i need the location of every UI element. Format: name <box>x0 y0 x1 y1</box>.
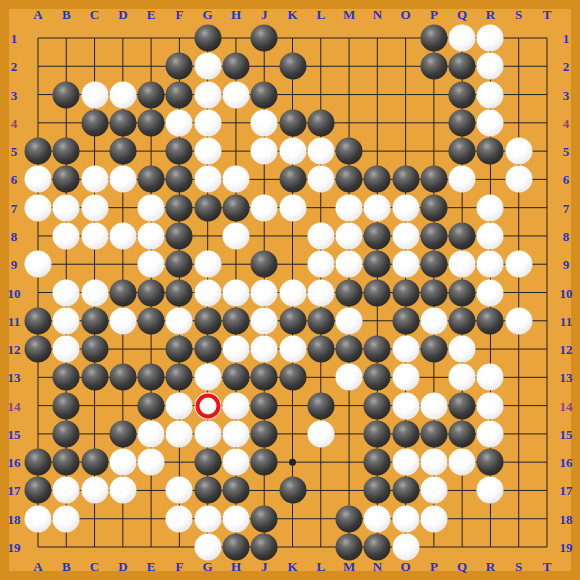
stone-E3[interactable] <box>138 81 165 108</box>
stone-B6[interactable] <box>53 166 80 193</box>
coord-label-bottom-D: D <box>118 560 127 573</box>
stone-N13[interactable] <box>364 364 391 391</box>
stone-N8[interactable] <box>364 222 391 249</box>
stone-H7[interactable] <box>222 194 249 221</box>
coord-label-top-Q: Q <box>457 8 467 21</box>
stone-G4[interactable] <box>194 109 221 136</box>
stone-O9[interactable] <box>392 251 419 278</box>
stone-H13[interactable] <box>222 364 249 391</box>
coord-label-top-N: N <box>373 8 382 21</box>
stone-B8[interactable] <box>53 222 80 249</box>
stone-O18[interactable] <box>392 505 419 532</box>
coord-label-left-17: 17 <box>8 484 21 497</box>
stone-R2[interactable] <box>477 53 504 80</box>
stone-H15[interactable] <box>222 420 249 447</box>
stone-M13[interactable] <box>336 364 363 391</box>
stone-D4[interactable] <box>109 109 136 136</box>
stone-O11[interactable] <box>392 307 419 334</box>
coord-label-bottom-B: B <box>62 560 71 573</box>
stone-E16[interactable] <box>138 449 165 476</box>
stone-A17[interactable] <box>25 477 52 504</box>
stone-D3[interactable] <box>109 81 136 108</box>
stone-N15[interactable] <box>364 420 391 447</box>
stone-R1[interactable] <box>477 25 504 52</box>
coord-label-bottom-T: T <box>543 560 552 573</box>
stone-H12[interactable] <box>222 336 249 363</box>
stone-P17[interactable] <box>420 477 447 504</box>
coord-label-top-D: D <box>118 8 127 21</box>
stone-B15[interactable] <box>53 420 80 447</box>
stone-P15[interactable] <box>420 420 447 447</box>
coord-label-top-O: O <box>401 8 411 21</box>
stone-P1[interactable] <box>420 25 447 52</box>
stone-J7[interactable] <box>251 194 278 221</box>
stone-R16[interactable] <box>477 449 504 476</box>
coord-label-right-14: 14 <box>560 399 573 412</box>
stone-S11[interactable] <box>505 307 532 334</box>
coord-label-right-13: 13 <box>560 371 573 384</box>
stone-C3[interactable] <box>81 81 108 108</box>
stone-D13[interactable] <box>109 364 136 391</box>
stone-C8[interactable] <box>81 222 108 249</box>
stone-P8[interactable] <box>420 222 447 249</box>
stone-Q13[interactable] <box>449 364 476 391</box>
coord-label-right-9: 9 <box>563 258 570 271</box>
stone-E14[interactable] <box>138 392 165 419</box>
coord-label-top-R: R <box>486 8 495 21</box>
coord-label-left-11: 11 <box>8 314 20 327</box>
stone-L12[interactable] <box>307 336 334 363</box>
coord-label-bottom-E: E <box>147 560 156 573</box>
stone-N14[interactable] <box>364 392 391 419</box>
stone-O15[interactable] <box>392 420 419 447</box>
stone-A6[interactable] <box>25 166 52 193</box>
stone-N18[interactable] <box>364 505 391 532</box>
stone-G13[interactable] <box>194 364 221 391</box>
stone-Q15[interactable] <box>449 420 476 447</box>
stone-K10[interactable] <box>279 279 306 306</box>
coord-label-right-8: 8 <box>563 229 570 242</box>
coord-label-bottom-P: P <box>430 560 438 573</box>
stone-Q9[interactable] <box>449 251 476 278</box>
stone-H18[interactable] <box>222 505 249 532</box>
stone-B18[interactable] <box>53 505 80 532</box>
stone-B13[interactable] <box>53 364 80 391</box>
stone-G3[interactable] <box>194 81 221 108</box>
stone-F12[interactable] <box>166 336 193 363</box>
coord-label-left-18: 18 <box>8 512 21 525</box>
coord-label-left-6: 6 <box>11 173 18 186</box>
stone-J10[interactable] <box>251 279 278 306</box>
stone-A16[interactable] <box>25 449 52 476</box>
stone-N9[interactable] <box>364 251 391 278</box>
stone-M5[interactable] <box>336 138 363 165</box>
stone-J13[interactable] <box>251 364 278 391</box>
stone-L10[interactable] <box>307 279 334 306</box>
stone-C17[interactable] <box>81 477 108 504</box>
stone-R3[interactable] <box>477 81 504 108</box>
coord-label-right-19: 19 <box>560 541 573 554</box>
stone-D6[interactable] <box>109 166 136 193</box>
stone-N17[interactable] <box>364 477 391 504</box>
stone-M10[interactable] <box>336 279 363 306</box>
stone-Q2[interactable] <box>449 53 476 80</box>
stone-G16[interactable] <box>194 449 221 476</box>
stone-B3[interactable] <box>53 81 80 108</box>
stone-E15[interactable] <box>138 420 165 447</box>
coord-label-top-G: G <box>203 8 213 21</box>
stone-L6[interactable] <box>307 166 334 193</box>
stone-S5[interactable] <box>505 138 532 165</box>
coord-label-left-13: 13 <box>8 371 21 384</box>
coord-label-right-2: 2 <box>563 60 570 73</box>
coord-label-right-4: 4 <box>563 116 570 129</box>
stone-P7[interactable] <box>420 194 447 221</box>
stone-N7[interactable] <box>364 194 391 221</box>
stone-R8[interactable] <box>477 222 504 249</box>
stone-P16[interactable] <box>420 449 447 476</box>
stone-B14[interactable] <box>53 392 80 419</box>
stone-H17[interactable] <box>222 477 249 504</box>
stone-C13[interactable] <box>81 364 108 391</box>
stone-N16[interactable] <box>364 449 391 476</box>
stone-K2[interactable] <box>279 53 306 80</box>
stone-R4[interactable] <box>477 109 504 136</box>
stone-G2[interactable] <box>194 53 221 80</box>
stone-M7[interactable] <box>336 194 363 221</box>
stone-D17[interactable] <box>109 477 136 504</box>
stone-H14[interactable] <box>222 392 249 419</box>
stone-F10[interactable] <box>166 279 193 306</box>
stone-M11[interactable] <box>336 307 363 334</box>
coord-label-left-10: 10 <box>8 286 21 299</box>
stone-R9[interactable] <box>477 251 504 278</box>
stone-C16[interactable] <box>81 449 108 476</box>
stone-F6[interactable] <box>166 166 193 193</box>
stone-O6[interactable] <box>392 166 419 193</box>
coord-label-bottom-R: R <box>486 560 495 573</box>
stone-B5[interactable] <box>53 138 80 165</box>
coord-label-bottom-G: G <box>203 560 213 573</box>
stone-F13[interactable] <box>166 364 193 391</box>
stone-H6[interactable] <box>222 166 249 193</box>
stone-R15[interactable] <box>477 420 504 447</box>
coord-label-right-10: 10 <box>560 286 573 299</box>
coord-label-bottom-C: C <box>90 560 99 573</box>
stone-H19[interactable] <box>222 534 249 561</box>
stone-J9[interactable] <box>251 251 278 278</box>
stone-G1[interactable] <box>194 25 221 52</box>
stone-K7[interactable] <box>279 194 306 221</box>
stone-J3[interactable] <box>251 81 278 108</box>
stone-F14[interactable] <box>166 392 193 419</box>
stone-A7[interactable] <box>25 194 52 221</box>
coord-label-top-L: L <box>316 8 325 21</box>
stone-J5[interactable] <box>251 138 278 165</box>
stone-D5[interactable] <box>109 138 136 165</box>
stone-B16[interactable] <box>53 449 80 476</box>
stone-O14[interactable] <box>392 392 419 419</box>
stone-J4[interactable] <box>251 109 278 136</box>
stone-A12[interactable] <box>25 336 52 363</box>
stone-A18[interactable] <box>25 505 52 532</box>
stone-E4[interactable] <box>138 109 165 136</box>
stone-F8[interactable] <box>166 222 193 249</box>
stone-C12[interactable] <box>81 336 108 363</box>
coord-label-bottom-O: O <box>401 560 411 573</box>
stone-G11[interactable] <box>194 307 221 334</box>
board-frame: AA11BB22CC33DD44EE55FF66GG77HH88JJ99KK10… <box>0 0 580 580</box>
stone-F5[interactable] <box>166 138 193 165</box>
coord-label-top-A: A <box>33 8 42 21</box>
coord-label-right-12: 12 <box>560 343 573 356</box>
coord-label-right-1: 1 <box>563 32 570 45</box>
stone-G12[interactable] <box>194 336 221 363</box>
coord-label-top-H: H <box>231 8 241 21</box>
stone-F17[interactable] <box>166 477 193 504</box>
coord-label-left-9: 9 <box>11 258 18 271</box>
stone-O16[interactable] <box>392 449 419 476</box>
stone-J12[interactable] <box>251 336 278 363</box>
coord-label-left-19: 19 <box>8 541 21 554</box>
stone-M6[interactable] <box>336 166 363 193</box>
stone-H16[interactable] <box>222 449 249 476</box>
stone-Q11[interactable] <box>449 307 476 334</box>
stone-R14[interactable] <box>477 392 504 419</box>
stone-Q8[interactable] <box>449 222 476 249</box>
coord-label-left-2: 2 <box>11 60 18 73</box>
stone-F2[interactable] <box>166 53 193 80</box>
coord-label-right-5: 5 <box>563 145 570 158</box>
stone-N19[interactable] <box>364 534 391 561</box>
stone-B10[interactable] <box>53 279 80 306</box>
stone-C7[interactable] <box>81 194 108 221</box>
stone-Q5[interactable] <box>449 138 476 165</box>
stone-C4[interactable] <box>81 109 108 136</box>
coord-label-left-4: 4 <box>11 116 18 129</box>
stone-K13[interactable] <box>279 364 306 391</box>
stone-B7[interactable] <box>53 194 80 221</box>
stone-E10[interactable] <box>138 279 165 306</box>
stone-M18[interactable] <box>336 505 363 532</box>
stone-G19[interactable] <box>194 534 221 561</box>
stone-D16[interactable] <box>109 449 136 476</box>
coord-label-bottom-F: F <box>175 560 183 573</box>
stone-J1[interactable] <box>251 25 278 52</box>
stone-O12[interactable] <box>392 336 419 363</box>
stone-J14[interactable] <box>251 392 278 419</box>
stone-Q4[interactable] <box>449 109 476 136</box>
stone-A5[interactable] <box>25 138 52 165</box>
stone-L4[interactable] <box>307 109 334 136</box>
stone-R13[interactable] <box>477 364 504 391</box>
stone-F18[interactable] <box>166 505 193 532</box>
coord-label-left-14: 14 <box>8 399 21 412</box>
stone-J19[interactable] <box>251 534 278 561</box>
coord-label-top-J: J <box>261 8 268 21</box>
stone-K6[interactable] <box>279 166 306 193</box>
stone-E11[interactable] <box>138 307 165 334</box>
coord-label-right-6: 6 <box>563 173 570 186</box>
coord-label-right-17: 17 <box>560 484 573 497</box>
stone-K4[interactable] <box>279 109 306 136</box>
coord-label-top-E: E <box>147 8 156 21</box>
stone-H10[interactable] <box>222 279 249 306</box>
stone-G18[interactable] <box>194 505 221 532</box>
stone-Q3[interactable] <box>449 81 476 108</box>
coord-label-bottom-L: L <box>316 560 325 573</box>
stone-S6[interactable] <box>505 166 532 193</box>
stone-M12[interactable] <box>336 336 363 363</box>
stone-A9[interactable] <box>25 251 52 278</box>
stone-E7[interactable] <box>138 194 165 221</box>
stone-F11[interactable] <box>166 307 193 334</box>
stone-L5[interactable] <box>307 138 334 165</box>
stone-J16[interactable] <box>251 449 278 476</box>
stone-Q6[interactable] <box>449 166 476 193</box>
stone-L9[interactable] <box>307 251 334 278</box>
coord-label-bottom-K: K <box>287 560 297 573</box>
stone-Q1[interactable] <box>449 25 476 52</box>
stone-B12[interactable] <box>53 336 80 363</box>
stone-O17[interactable] <box>392 477 419 504</box>
stone-D8[interactable] <box>109 222 136 249</box>
stone-L8[interactable] <box>307 222 334 249</box>
stone-G6[interactable] <box>194 166 221 193</box>
stone-E9[interactable] <box>138 251 165 278</box>
stone-R11[interactable] <box>477 307 504 334</box>
coord-label-top-P: P <box>430 8 438 21</box>
stone-K5[interactable] <box>279 138 306 165</box>
coord-label-right-7: 7 <box>563 201 570 214</box>
stone-C11[interactable] <box>81 307 108 334</box>
stone-D10[interactable] <box>109 279 136 306</box>
stone-O13[interactable] <box>392 364 419 391</box>
stone-P10[interactable] <box>420 279 447 306</box>
stone-S9[interactable] <box>505 251 532 278</box>
stone-E8[interactable] <box>138 222 165 249</box>
coord-label-top-T: T <box>543 8 552 21</box>
stone-R10[interactable] <box>477 279 504 306</box>
stone-M19[interactable] <box>336 534 363 561</box>
stone-C10[interactable] <box>81 279 108 306</box>
coord-label-left-5: 5 <box>11 145 18 158</box>
stone-G5[interactable] <box>194 138 221 165</box>
stone-R5[interactable] <box>477 138 504 165</box>
stone-J15[interactable] <box>251 420 278 447</box>
stone-D11[interactable] <box>109 307 136 334</box>
stone-O7[interactable] <box>392 194 419 221</box>
coord-label-right-11: 11 <box>560 314 572 327</box>
coord-label-top-S: S <box>515 8 522 21</box>
last-move-marker <box>195 393 220 418</box>
stone-J18[interactable] <box>251 505 278 532</box>
stone-F15[interactable] <box>166 420 193 447</box>
stone-G10[interactable] <box>194 279 221 306</box>
stone-E13[interactable] <box>138 364 165 391</box>
stone-P14[interactable] <box>420 392 447 419</box>
coord-label-top-B: B <box>62 8 71 21</box>
stone-P18[interactable] <box>420 505 447 532</box>
coord-label-top-M: M <box>343 8 355 21</box>
stone-A11[interactable] <box>25 307 52 334</box>
coord-label-bottom-S: S <box>515 560 522 573</box>
stone-L15[interactable] <box>307 420 334 447</box>
coord-label-top-C: C <box>90 8 99 21</box>
stone-H11[interactable] <box>222 307 249 334</box>
stone-D15[interactable] <box>109 420 136 447</box>
coord-label-right-3: 3 <box>563 88 570 101</box>
hoshi-point-K16 <box>289 459 296 466</box>
coord-label-bottom-H: H <box>231 560 241 573</box>
stone-R17[interactable] <box>477 477 504 504</box>
stone-G17[interactable] <box>194 477 221 504</box>
stone-O8[interactable] <box>392 222 419 249</box>
stone-H2[interactable] <box>222 53 249 80</box>
stone-N12[interactable] <box>364 336 391 363</box>
coord-label-left-16: 16 <box>8 456 21 469</box>
stone-F4[interactable] <box>166 109 193 136</box>
stone-H8[interactable] <box>222 222 249 249</box>
stone-F7[interactable] <box>166 194 193 221</box>
coord-label-top-K: K <box>287 8 297 21</box>
stone-M9[interactable] <box>336 251 363 278</box>
coord-label-top-F: F <box>175 8 183 21</box>
stone-K11[interactable] <box>279 307 306 334</box>
stone-O10[interactable] <box>392 279 419 306</box>
stone-P11[interactable] <box>420 307 447 334</box>
coord-label-left-7: 7 <box>11 201 18 214</box>
stone-R7[interactable] <box>477 194 504 221</box>
stone-G7[interactable] <box>194 194 221 221</box>
stone-Q16[interactable] <box>449 449 476 476</box>
coord-label-left-12: 12 <box>8 343 21 356</box>
stone-L14[interactable] <box>307 392 334 419</box>
stone-G15[interactable] <box>194 420 221 447</box>
stone-M8[interactable] <box>336 222 363 249</box>
stone-H3[interactable] <box>222 81 249 108</box>
stone-N6[interactable] <box>364 166 391 193</box>
coord-label-left-15: 15 <box>8 427 21 440</box>
stone-Q12[interactable] <box>449 336 476 363</box>
coord-label-left-8: 8 <box>11 229 18 242</box>
stone-N10[interactable] <box>364 279 391 306</box>
stone-B11[interactable] <box>53 307 80 334</box>
stone-L11[interactable] <box>307 307 334 334</box>
stone-C6[interactable] <box>81 166 108 193</box>
coord-label-bottom-N: N <box>373 560 382 573</box>
coord-label-right-18: 18 <box>560 512 573 525</box>
stone-F9[interactable] <box>166 251 193 278</box>
stone-F3[interactable] <box>166 81 193 108</box>
stone-P2[interactable] <box>420 53 447 80</box>
stone-O19[interactable] <box>392 534 419 561</box>
stone-B17[interactable] <box>53 477 80 504</box>
stone-K17[interactable] <box>279 477 306 504</box>
stone-K12[interactable] <box>279 336 306 363</box>
stone-E6[interactable] <box>138 166 165 193</box>
stone-Q14[interactable] <box>449 392 476 419</box>
stone-P12[interactable] <box>420 336 447 363</box>
stone-Q10[interactable] <box>449 279 476 306</box>
coord-label-right-16: 16 <box>560 456 573 469</box>
stone-P9[interactable] <box>420 251 447 278</box>
coord-label-left-3: 3 <box>11 88 18 101</box>
stone-G9[interactable] <box>194 251 221 278</box>
stone-P6[interactable] <box>420 166 447 193</box>
coord-label-bottom-M: M <box>343 560 355 573</box>
stone-J11[interactable] <box>251 307 278 334</box>
